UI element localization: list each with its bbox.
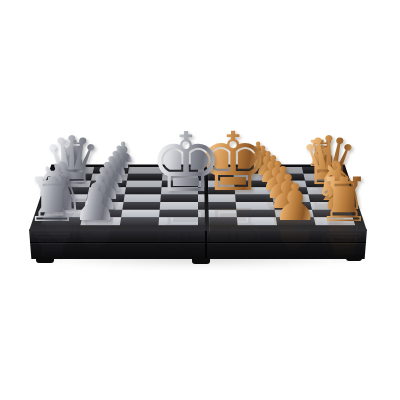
piece-gold-pawn-a7: ♟ [272,177,318,228]
piece-gold-rook-a8: ♜ [317,169,372,230]
chess-set-photo: ♟♟♜♜♟♟♞♞♞♞♟♟♝♝♝♝♟♟♛♛♛♛♟♟♟♟♚♚♚♚♟♟♟♟♝♝♝♝♟♟… [0,0,400,400]
piece-silver-rook-a1: ♜ [25,169,80,230]
piece-silver-king-d4: ♚ [149,122,223,204]
pieces-layer: ♟♟♜♜♟♟♞♞♞♞♟♟♝♝♝♝♟♟♛♛♛♛♟♟♟♟♚♚♚♚♟♟♟♟♝♝♝♝♟♟… [0,0,400,400]
